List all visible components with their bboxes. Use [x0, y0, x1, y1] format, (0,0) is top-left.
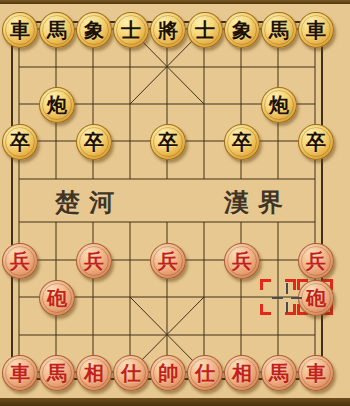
piece-red-horse[interactable]: 馬	[261, 355, 297, 391]
piece-red-horse[interactable]: 馬	[39, 355, 75, 391]
piece-character: 卒	[10, 125, 30, 159]
piece-black-advisor[interactable]: 士	[187, 12, 223, 48]
piece-character: 將	[158, 13, 178, 47]
piece-red-soldier[interactable]: 兵	[224, 243, 260, 279]
piece-black-cannon[interactable]: 炮	[261, 87, 297, 123]
piece-character: 車	[10, 356, 30, 390]
piece-character: 車	[306, 13, 326, 47]
piece-character: 象	[232, 13, 252, 47]
piece-character: 象	[84, 13, 104, 47]
piece-red-soldier[interactable]: 兵	[298, 243, 334, 279]
cursor-bar	[286, 302, 288, 313]
piece-black-horse[interactable]: 馬	[39, 12, 75, 48]
piece-black-soldier[interactable]: 卒	[2, 124, 38, 160]
piece-red-soldier[interactable]: 兵	[150, 243, 186, 279]
crosshair-cursor	[272, 283, 302, 313]
piece-character: 兵	[84, 244, 104, 278]
piece-red-soldier[interactable]: 兵	[76, 243, 112, 279]
piece-red-chariot[interactable]: 車	[298, 355, 334, 391]
piece-red-elephant[interactable]: 相	[224, 355, 260, 391]
piece-red-soldier[interactable]: 兵	[2, 243, 38, 279]
piece-character: 相	[232, 356, 252, 390]
piece-red-advisor[interactable]: 仕	[113, 355, 149, 391]
piece-character: 砲	[47, 281, 67, 315]
piece-character: 卒	[158, 125, 178, 159]
piece-red-elephant[interactable]: 相	[76, 355, 112, 391]
piece-character: 馬	[47, 13, 67, 47]
piece-red-advisor[interactable]: 仕	[187, 355, 223, 391]
piece-black-cannon[interactable]: 炮	[39, 87, 75, 123]
piece-character: 馬	[269, 356, 289, 390]
piece-black-chariot[interactable]: 車	[298, 12, 334, 48]
piece-character: 馬	[269, 13, 289, 47]
piece-character: 士	[121, 13, 141, 47]
piece-red-general[interactable]: 帥	[150, 355, 186, 391]
cursor-bar	[291, 297, 302, 299]
piece-character: 車	[10, 13, 30, 47]
piece-character: 兵	[232, 244, 252, 278]
piece-character: 炮	[47, 88, 67, 122]
piece-character: 仕	[121, 356, 141, 390]
piece-character: 卒	[306, 125, 326, 159]
piece-character: 相	[84, 356, 104, 390]
piece-character: 砲	[306, 281, 326, 315]
piece-red-cannon[interactable]: 砲	[298, 280, 334, 316]
xiangqi-game-screen: 楚河 漢界 車馬象士將士象馬車炮炮卒卒卒卒卒兵兵兵兵兵砲砲車馬相仕帥仕相馬車	[0, 0, 350, 406]
piece-black-soldier[interactable]: 卒	[76, 124, 112, 160]
cursor-bar	[286, 283, 288, 294]
piece-black-horse[interactable]: 馬	[261, 12, 297, 48]
piece-character: 兵	[158, 244, 178, 278]
piece-character: 卒	[232, 125, 252, 159]
piece-character: 士	[195, 13, 215, 47]
piece-red-cannon[interactable]: 砲	[39, 280, 75, 316]
board-pieces[interactable]: 車馬象士將士象馬車炮炮卒卒卒卒卒兵兵兵兵兵砲砲車馬相仕帥仕相馬車	[0, 0, 350, 406]
piece-character: 車	[306, 356, 326, 390]
piece-black-soldier[interactable]: 卒	[150, 124, 186, 160]
piece-black-elephant[interactable]: 象	[224, 12, 260, 48]
piece-character: 帥	[158, 356, 178, 390]
piece-black-advisor[interactable]: 士	[113, 12, 149, 48]
piece-character: 卒	[84, 125, 104, 159]
cursor-bar	[272, 297, 283, 299]
piece-character: 兵	[10, 244, 30, 278]
piece-black-soldier[interactable]: 卒	[298, 124, 334, 160]
piece-character: 馬	[47, 356, 67, 390]
piece-black-chariot[interactable]: 車	[2, 12, 38, 48]
piece-black-soldier[interactable]: 卒	[224, 124, 260, 160]
piece-character: 炮	[269, 88, 289, 122]
piece-character: 仕	[195, 356, 215, 390]
piece-black-general[interactable]: 將	[150, 12, 186, 48]
piece-red-chariot[interactable]: 車	[2, 355, 38, 391]
piece-character: 兵	[306, 244, 326, 278]
piece-black-elephant[interactable]: 象	[76, 12, 112, 48]
